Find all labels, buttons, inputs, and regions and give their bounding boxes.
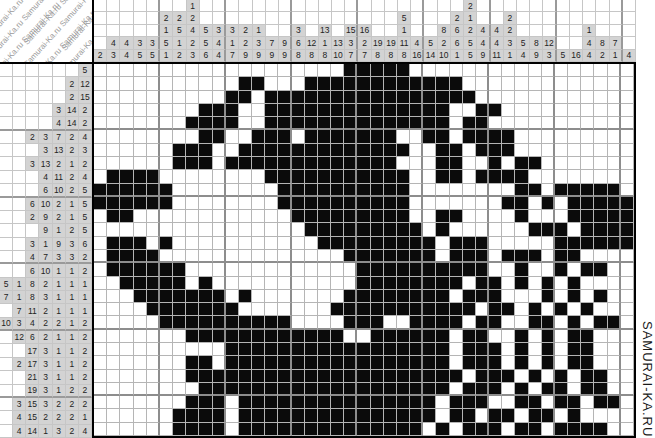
grid-cell-empty[interactable] xyxy=(621,184,634,197)
grid-cell-filled[interactable] xyxy=(397,303,410,316)
grid-cell-empty[interactable] xyxy=(463,223,476,236)
grid-cell-empty[interactable] xyxy=(476,157,489,170)
grid-cell-filled[interactable] xyxy=(160,263,173,276)
grid-cell-empty[interactable] xyxy=(542,77,555,90)
grid-cell-empty[interactable] xyxy=(120,370,133,383)
grid-cell-filled[interactable] xyxy=(160,316,173,329)
grid-cell-filled[interactable] xyxy=(134,170,147,183)
grid-cell-empty[interactable] xyxy=(120,396,133,409)
grid-cell-empty[interactable] xyxy=(107,316,120,329)
grid-cell-empty[interactable] xyxy=(594,330,607,343)
grid-cell-empty[interactable] xyxy=(186,64,199,77)
grid-cell-empty[interactable] xyxy=(173,250,186,263)
grid-cell-filled[interactable] xyxy=(278,396,291,409)
grid-cell-filled[interactable] xyxy=(450,250,463,263)
grid-cell-empty[interactable] xyxy=(515,223,528,236)
grid-cell-empty[interactable] xyxy=(160,423,173,436)
grid-cell-empty[interactable] xyxy=(252,250,265,263)
grid-cell-empty[interactable] xyxy=(476,409,489,422)
grid-cell-filled[interactable] xyxy=(357,144,370,157)
grid-cell-empty[interactable] xyxy=(502,277,515,290)
grid-cell-filled[interactable] xyxy=(331,423,344,436)
grid-cell-filled[interactable] xyxy=(476,316,489,329)
grid-cell-filled[interactable] xyxy=(502,197,515,210)
grid-cell-filled[interactable] xyxy=(226,316,239,329)
grid-cell-filled[interactable] xyxy=(581,223,594,236)
grid-cell-empty[interactable] xyxy=(147,343,160,356)
grid-cell-empty[interactable] xyxy=(529,277,542,290)
grid-cell-empty[interactable] xyxy=(594,144,607,157)
grid-cell-filled[interactable] xyxy=(305,197,318,210)
grid-cell-filled[interactable] xyxy=(305,91,318,104)
grid-cell-empty[interactable] xyxy=(489,77,502,90)
grid-cell-empty[interactable] xyxy=(621,104,634,117)
grid-cell-filled[interactable] xyxy=(344,343,357,356)
grid-cell-empty[interactable] xyxy=(173,184,186,197)
grid-cell-filled[interactable] xyxy=(529,223,542,236)
grid-cell-empty[interactable] xyxy=(239,104,252,117)
grid-cell-empty[interactable] xyxy=(94,210,107,223)
grid-cell-filled[interactable] xyxy=(594,184,607,197)
grid-cell-filled[interactable] xyxy=(502,170,515,183)
grid-cell-empty[interactable] xyxy=(226,144,239,157)
grid-cell-empty[interactable] xyxy=(239,117,252,130)
grid-cell-empty[interactable] xyxy=(502,356,515,369)
grid-cell-empty[interactable] xyxy=(423,144,436,157)
grid-cell-filled[interactable] xyxy=(502,409,515,422)
grid-cell-filled[interactable] xyxy=(384,263,397,276)
grid-cell-filled[interactable] xyxy=(594,223,607,236)
grid-cell-filled[interactable] xyxy=(529,370,542,383)
grid-cell-empty[interactable] xyxy=(450,184,463,197)
grid-cell-filled[interactable] xyxy=(436,117,449,130)
grid-cell-filled[interactable] xyxy=(555,263,568,276)
grid-cell-empty[interactable] xyxy=(186,184,199,197)
grid-cell-filled[interactable] xyxy=(357,383,370,396)
grid-cell-empty[interactable] xyxy=(213,343,226,356)
grid-cell-filled[interactable] xyxy=(423,250,436,263)
grid-cell-empty[interactable] xyxy=(107,130,120,143)
grid-cell-empty[interactable] xyxy=(120,330,133,343)
grid-cell-filled[interactable] xyxy=(318,197,331,210)
grid-cell-empty[interactable] xyxy=(502,290,515,303)
grid-cell-filled[interactable] xyxy=(410,303,423,316)
grid-cell-empty[interactable] xyxy=(476,223,489,236)
grid-cell-filled[interactable] xyxy=(371,396,384,409)
grid-cell-empty[interactable] xyxy=(147,210,160,223)
grid-cell-filled[interactable] xyxy=(239,423,252,436)
grid-cell-filled[interactable] xyxy=(305,370,318,383)
grid-cell-empty[interactable] xyxy=(529,197,542,210)
grid-cell-filled[interactable] xyxy=(305,423,318,436)
grid-cell-empty[interactable] xyxy=(436,409,449,422)
grid-cell-filled[interactable] xyxy=(594,197,607,210)
grid-cell-filled[interactable] xyxy=(529,184,542,197)
grid-cell-empty[interactable] xyxy=(265,303,278,316)
grid-cell-empty[interactable] xyxy=(252,64,265,77)
grid-cell-empty[interactable] xyxy=(542,237,555,250)
grid-cell-filled[interactable] xyxy=(515,170,528,183)
grid-cell-filled[interactable] xyxy=(397,237,410,250)
grid-cell-filled[interactable] xyxy=(371,157,384,170)
grid-cell-empty[interactable] xyxy=(608,130,621,143)
grid-cell-empty[interactable] xyxy=(107,303,120,316)
grid-cell-filled[interactable] xyxy=(186,396,199,409)
grid-cell-filled[interactable] xyxy=(344,144,357,157)
grid-cell-empty[interactable] xyxy=(515,104,528,117)
grid-cell-filled[interactable] xyxy=(292,356,305,369)
grid-cell-filled[interactable] xyxy=(120,170,133,183)
grid-cell-filled[interactable] xyxy=(199,277,212,290)
grid-cell-filled[interactable] xyxy=(581,370,594,383)
grid-cell-filled[interactable] xyxy=(134,290,147,303)
grid-cell-filled[interactable] xyxy=(410,370,423,383)
grid-cell-filled[interactable] xyxy=(476,170,489,183)
grid-cell-filled[interactable] xyxy=(305,144,318,157)
grid-cell-empty[interactable] xyxy=(186,277,199,290)
grid-cell-empty[interactable] xyxy=(502,396,515,409)
grid-cell-filled[interactable] xyxy=(344,370,357,383)
grid-cell-empty[interactable] xyxy=(450,64,463,77)
grid-cell-filled[interactable] xyxy=(318,237,331,250)
grid-cell-empty[interactable] xyxy=(608,343,621,356)
grid-cell-empty[interactable] xyxy=(542,170,555,183)
grid-cell-empty[interactable] xyxy=(529,144,542,157)
grid-cell-filled[interactable] xyxy=(450,316,463,329)
grid-cell-empty[interactable] xyxy=(226,423,239,436)
grid-cell-filled[interactable] xyxy=(305,356,318,369)
grid-cell-filled[interactable] xyxy=(265,356,278,369)
grid-cell-empty[interactable] xyxy=(568,64,581,77)
grid-cell-filled[interactable] xyxy=(621,210,634,223)
grid-cell-empty[interactable] xyxy=(94,370,107,383)
grid-cell-empty[interactable] xyxy=(529,170,542,183)
grid-cell-empty[interactable] xyxy=(344,263,357,276)
grid-cell-filled[interactable] xyxy=(120,237,133,250)
grid-cell-filled[interactable] xyxy=(423,330,436,343)
grid-cell-empty[interactable] xyxy=(94,157,107,170)
grid-cell-empty[interactable] xyxy=(120,130,133,143)
grid-cell-empty[interactable] xyxy=(265,197,278,210)
grid-cell-empty[interactable] xyxy=(120,290,133,303)
grid-cell-empty[interactable] xyxy=(608,263,621,276)
grid-cell-filled[interactable] xyxy=(265,396,278,409)
grid-cell-empty[interactable] xyxy=(581,104,594,117)
grid-cell-empty[interactable] xyxy=(581,316,594,329)
grid-cell-empty[interactable] xyxy=(410,197,423,210)
grid-cell-filled[interactable] xyxy=(489,383,502,396)
grid-cell-empty[interactable] xyxy=(160,170,173,183)
grid-cell-empty[interactable] xyxy=(292,263,305,276)
grid-cell-filled[interactable] xyxy=(292,409,305,422)
grid-cell-empty[interactable] xyxy=(134,210,147,223)
grid-cell-filled[interactable] xyxy=(436,356,449,369)
grid-cell-empty[interactable] xyxy=(226,396,239,409)
grid-cell-filled[interactable] xyxy=(292,210,305,223)
grid-cell-empty[interactable] xyxy=(160,117,173,130)
grid-cell-filled[interactable] xyxy=(397,64,410,77)
grid-cell-filled[interactable] xyxy=(529,157,542,170)
grid-cell-filled[interactable] xyxy=(239,91,252,104)
grid-cell-filled[interactable] xyxy=(463,423,476,436)
grid-cell-filled[interactable] xyxy=(489,144,502,157)
grid-cell-filled[interactable] xyxy=(357,91,370,104)
grid-cell-empty[interactable] xyxy=(344,330,357,343)
grid-cell-empty[interactable] xyxy=(94,91,107,104)
grid-cell-filled[interactable] xyxy=(239,290,252,303)
grid-cell-filled[interactable] xyxy=(436,370,449,383)
grid-cell-filled[interactable] xyxy=(581,330,594,343)
grid-cell-filled[interactable] xyxy=(450,263,463,276)
grid-cell-filled[interactable] xyxy=(515,356,528,369)
grid-cell-filled[interactable] xyxy=(357,263,370,276)
grid-cell-filled[interactable] xyxy=(384,157,397,170)
grid-cell-empty[interactable] xyxy=(608,356,621,369)
grid-cell-empty[interactable] xyxy=(463,210,476,223)
grid-cell-empty[interactable] xyxy=(265,277,278,290)
grid-cell-filled[interactable] xyxy=(489,303,502,316)
grid-cell-empty[interactable] xyxy=(555,91,568,104)
grid-cell-filled[interactable] xyxy=(199,157,212,170)
grid-cell-filled[interactable] xyxy=(186,409,199,422)
grid-cell-empty[interactable] xyxy=(463,144,476,157)
grid-cell-filled[interactable] xyxy=(331,330,344,343)
grid-cell-filled[interactable] xyxy=(239,144,252,157)
grid-cell-empty[interactable] xyxy=(173,223,186,236)
grid-cell-filled[interactable] xyxy=(371,197,384,210)
grid-cell-empty[interactable] xyxy=(186,383,199,396)
grid-cell-empty[interactable] xyxy=(160,370,173,383)
grid-cell-filled[interactable] xyxy=(265,330,278,343)
grid-cell-filled[interactable] xyxy=(344,383,357,396)
grid-cell-empty[interactable] xyxy=(292,64,305,77)
grid-cell-empty[interactable] xyxy=(173,210,186,223)
grid-cell-empty[interactable] xyxy=(555,316,568,329)
grid-cell-empty[interactable] xyxy=(94,303,107,316)
grid-cell-filled[interactable] xyxy=(278,91,291,104)
grid-cell-filled[interactable] xyxy=(436,170,449,183)
grid-cell-filled[interactable] xyxy=(384,237,397,250)
grid-cell-empty[interactable] xyxy=(173,170,186,183)
grid-cell-filled[interactable] xyxy=(436,316,449,329)
grid-cell-empty[interactable] xyxy=(542,263,555,276)
grid-cell-filled[interactable] xyxy=(147,303,160,316)
grid-cell-empty[interactable] xyxy=(608,423,621,436)
grid-cell-filled[interactable] xyxy=(265,409,278,422)
grid-cell-filled[interactable] xyxy=(410,423,423,436)
grid-cell-filled[interactable] xyxy=(252,316,265,329)
grid-cell-filled[interactable] xyxy=(344,117,357,130)
grid-cell-empty[interactable] xyxy=(120,104,133,117)
grid-cell-empty[interactable] xyxy=(94,64,107,77)
grid-cell-filled[interactable] xyxy=(239,330,252,343)
grid-cell-empty[interactable] xyxy=(226,250,239,263)
grid-cell-empty[interactable] xyxy=(476,184,489,197)
grid-cell-filled[interactable] xyxy=(594,423,607,436)
grid-cell-empty[interactable] xyxy=(621,91,634,104)
grid-cell-empty[interactable] xyxy=(305,303,318,316)
grid-cell-filled[interactable] xyxy=(331,303,344,316)
grid-cell-filled[interactable] xyxy=(318,210,331,223)
grid-cell-empty[interactable] xyxy=(463,157,476,170)
grid-cell-empty[interactable] xyxy=(160,210,173,223)
grid-cell-filled[interactable] xyxy=(476,104,489,117)
grid-cell-empty[interactable] xyxy=(134,396,147,409)
grid-cell-empty[interactable] xyxy=(186,197,199,210)
grid-cell-empty[interactable] xyxy=(568,370,581,383)
grid-cell-filled[interactable] xyxy=(292,370,305,383)
grid-cell-empty[interactable] xyxy=(160,409,173,422)
grid-cell-filled[interactable] xyxy=(305,409,318,422)
grid-cell-filled[interactable] xyxy=(357,396,370,409)
grid-cell-filled[interactable] xyxy=(213,316,226,329)
grid-cell-filled[interactable] xyxy=(120,277,133,290)
grid-cell-filled[interactable] xyxy=(252,343,265,356)
grid-cell-empty[interactable] xyxy=(594,77,607,90)
grid-cell-filled[interactable] xyxy=(318,130,331,143)
grid-cell-filled[interactable] xyxy=(476,263,489,276)
grid-cell-empty[interactable] xyxy=(608,290,621,303)
grid-cell-empty[interactable] xyxy=(357,330,370,343)
grid-cell-filled[interactable] xyxy=(278,383,291,396)
grid-cell-filled[interactable] xyxy=(199,316,212,329)
grid-cell-filled[interactable] xyxy=(581,356,594,369)
grid-cell-empty[interactable] xyxy=(423,184,436,197)
grid-cell-empty[interactable] xyxy=(568,91,581,104)
grid-cell-empty[interactable] xyxy=(107,91,120,104)
grid-cell-filled[interactable] xyxy=(344,316,357,329)
grid-cell-empty[interactable] xyxy=(529,104,542,117)
grid-cell-filled[interactable] xyxy=(397,197,410,210)
grid-cell-filled[interactable] xyxy=(94,184,107,197)
grid-cell-filled[interactable] xyxy=(357,423,370,436)
grid-cell-empty[interactable] xyxy=(608,277,621,290)
grid-cell-empty[interactable] xyxy=(239,277,252,290)
grid-cell-filled[interactable] xyxy=(213,383,226,396)
grid-cell-filled[interactable] xyxy=(568,277,581,290)
grid-cell-empty[interactable] xyxy=(568,117,581,130)
grid-cell-filled[interactable] xyxy=(331,77,344,90)
grid-cell-empty[interactable] xyxy=(555,409,568,422)
grid-cell-filled[interactable] xyxy=(555,303,568,316)
grid-cell-empty[interactable] xyxy=(278,303,291,316)
grid-cell-filled[interactable] xyxy=(344,396,357,409)
grid-cell-filled[interactable] xyxy=(239,409,252,422)
grid-cell-filled[interactable] xyxy=(568,250,581,263)
grid-cell-filled[interactable] xyxy=(384,130,397,143)
grid-cell-empty[interactable] xyxy=(265,237,278,250)
grid-cell-filled[interactable] xyxy=(173,157,186,170)
grid-cell-empty[interactable] xyxy=(621,343,634,356)
grid-cell-filled[interactable] xyxy=(226,104,239,117)
grid-cell-filled[interactable] xyxy=(186,330,199,343)
grid-cell-empty[interactable] xyxy=(581,77,594,90)
grid-cell-empty[interactable] xyxy=(252,91,265,104)
grid-cell-filled[interactable] xyxy=(107,210,120,223)
grid-cell-filled[interactable] xyxy=(436,303,449,316)
grid-cell-empty[interactable] xyxy=(199,263,212,276)
grid-cell-filled[interactable] xyxy=(305,170,318,183)
grid-cell-filled[interactable] xyxy=(265,157,278,170)
grid-cell-filled[interactable] xyxy=(292,184,305,197)
grid-cell-filled[interactable] xyxy=(357,343,370,356)
grid-cell-filled[interactable] xyxy=(450,277,463,290)
grid-cell-empty[interactable] xyxy=(107,423,120,436)
grid-cell-filled[interactable] xyxy=(463,250,476,263)
grid-cell-empty[interactable] xyxy=(186,210,199,223)
grid-cell-empty[interactable] xyxy=(568,383,581,396)
grid-cell-filled[interactable] xyxy=(436,423,449,436)
grid-cell-filled[interactable] xyxy=(199,370,212,383)
grid-cell-empty[interactable] xyxy=(608,383,621,396)
grid-cell-filled[interactable] xyxy=(450,144,463,157)
grid-cell-empty[interactable] xyxy=(239,237,252,250)
grid-cell-filled[interactable] xyxy=(384,290,397,303)
grid-cell-filled[interactable] xyxy=(436,91,449,104)
grid-cell-filled[interactable] xyxy=(608,316,621,329)
grid-cell-filled[interactable] xyxy=(384,170,397,183)
grid-cell-empty[interactable] xyxy=(502,316,515,329)
grid-cell-filled[interactable] xyxy=(331,91,344,104)
grid-cell-empty[interactable] xyxy=(120,356,133,369)
grid-cell-filled[interactable] xyxy=(581,184,594,197)
grid-cell-filled[interactable] xyxy=(252,330,265,343)
grid-cell-filled[interactable] xyxy=(568,330,581,343)
grid-cell-empty[interactable] xyxy=(529,117,542,130)
grid-cell-empty[interactable] xyxy=(239,303,252,316)
grid-cell-empty[interactable] xyxy=(450,356,463,369)
grid-cell-filled[interactable] xyxy=(305,130,318,143)
grid-cell-empty[interactable] xyxy=(568,170,581,183)
grid-cell-empty[interactable] xyxy=(502,104,515,117)
grid-cell-empty[interactable] xyxy=(515,130,528,143)
grid-cell-filled[interactable] xyxy=(397,104,410,117)
grid-cell-empty[interactable] xyxy=(186,223,199,236)
grid-cell-filled[interactable] xyxy=(450,170,463,183)
grid-cell-filled[interactable] xyxy=(397,423,410,436)
grid-cell-empty[interactable] xyxy=(555,104,568,117)
grid-cell-filled[interactable] xyxy=(502,250,515,263)
grid-cell-empty[interactable] xyxy=(199,210,212,223)
grid-cell-filled[interactable] xyxy=(397,250,410,263)
grid-cell-empty[interactable] xyxy=(278,250,291,263)
grid-cell-empty[interactable] xyxy=(199,170,212,183)
grid-cell-empty[interactable] xyxy=(213,210,226,223)
grid-cell-empty[interactable] xyxy=(621,250,634,263)
grid-cell-filled[interactable] xyxy=(331,117,344,130)
grid-cell-filled[interactable] xyxy=(436,144,449,157)
grid-cell-empty[interactable] xyxy=(450,223,463,236)
grid-cell-filled[interactable] xyxy=(265,144,278,157)
grid-cell-empty[interactable] xyxy=(463,104,476,117)
grid-cell-filled[interactable] xyxy=(305,383,318,396)
grid-cell-filled[interactable] xyxy=(357,223,370,236)
grid-cell-empty[interactable] xyxy=(107,157,120,170)
grid-cell-filled[interactable] xyxy=(371,316,384,329)
grid-cell-empty[interactable] xyxy=(331,64,344,77)
grid-cell-empty[interactable] xyxy=(252,117,265,130)
grid-cell-filled[interactable] xyxy=(489,356,502,369)
grid-cell-filled[interactable] xyxy=(318,117,331,130)
grid-cell-empty[interactable] xyxy=(278,263,291,276)
grid-cell-empty[interactable] xyxy=(515,409,528,422)
grid-cell-filled[interactable] xyxy=(384,117,397,130)
grid-cell-empty[interactable] xyxy=(226,184,239,197)
grid-cell-empty[interactable] xyxy=(555,197,568,210)
grid-cell-empty[interactable] xyxy=(226,77,239,90)
grid-cell-empty[interactable] xyxy=(621,370,634,383)
grid-cell-empty[interactable] xyxy=(581,290,594,303)
